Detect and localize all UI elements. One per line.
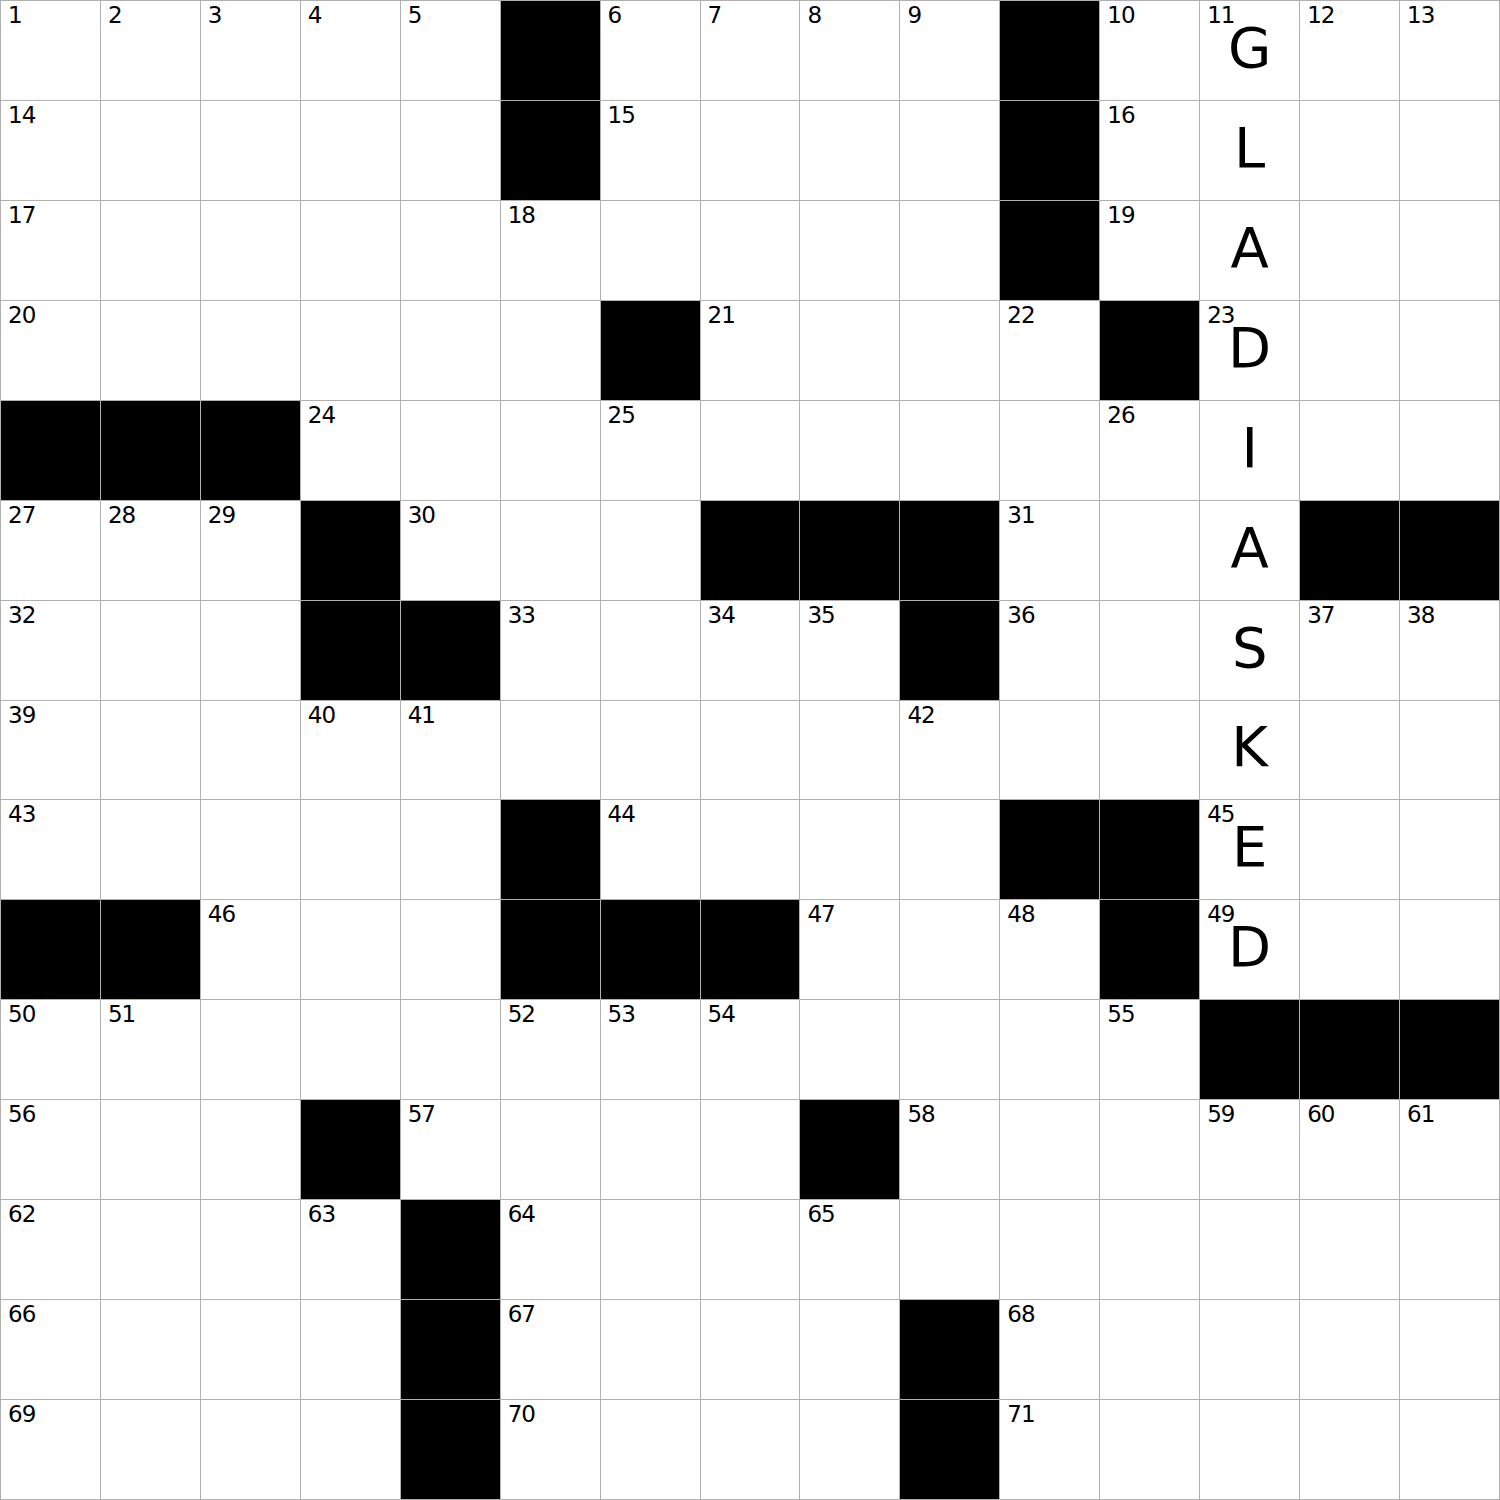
crossword-cell[interactable] bbox=[101, 800, 200, 899]
crossword-cell[interactable] bbox=[800, 201, 899, 300]
clue-number: 57 bbox=[408, 1103, 435, 1126]
crossword-cell[interactable] bbox=[900, 101, 999, 200]
clue-number: 18 bbox=[508, 204, 535, 227]
crossword-cell[interactable]: A bbox=[1200, 201, 1299, 300]
crossword-cell[interactable] bbox=[201, 301, 300, 400]
crossword-cell[interactable] bbox=[301, 101, 400, 200]
crossword-cell[interactable]: 45E bbox=[1200, 800, 1299, 899]
crossword-cell[interactable] bbox=[701, 1400, 800, 1499]
crossword-cell[interactable]: 55 bbox=[1100, 1000, 1199, 1099]
crossword-cell[interactable]: 51 bbox=[101, 1000, 200, 1099]
clue-number: 5 bbox=[408, 4, 422, 27]
crossword-cell[interactable] bbox=[900, 900, 999, 999]
clue-number: 22 bbox=[1007, 304, 1034, 327]
crossword-cell[interactable]: 48 bbox=[1000, 900, 1099, 999]
crossword-cell[interactable] bbox=[900, 201, 999, 300]
crossword-cell[interactable] bbox=[1100, 501, 1199, 600]
crossword-cell[interactable]: 64 bbox=[501, 1200, 600, 1299]
clue-number: 66 bbox=[8, 1303, 35, 1326]
black-cell bbox=[1200, 1000, 1299, 1099]
crossword-board: 1234567891011G1213141516L171819A20212223… bbox=[0, 0, 1500, 1500]
black-cell bbox=[101, 401, 200, 500]
crossword-cell[interactable] bbox=[1400, 201, 1499, 300]
black-cell bbox=[900, 1400, 999, 1499]
crossword-cell[interactable]: 7 bbox=[701, 1, 800, 100]
clue-number: 47 bbox=[807, 903, 834, 926]
crossword-cell[interactable]: 33 bbox=[501, 601, 600, 700]
crossword-cell[interactable] bbox=[1300, 701, 1399, 800]
clue-number: 6 bbox=[608, 4, 622, 27]
crossword-cell[interactable] bbox=[1400, 1300, 1499, 1399]
crossword-cell[interactable] bbox=[1300, 301, 1399, 400]
crossword-cell[interactable] bbox=[1300, 401, 1399, 500]
crossword-cell[interactable] bbox=[201, 1400, 300, 1499]
crossword-cell[interactable] bbox=[1100, 1200, 1199, 1299]
crossword-cell[interactable]: 16 bbox=[1100, 101, 1199, 200]
crossword-cell[interactable] bbox=[101, 201, 200, 300]
crossword-cell[interactable]: 18 bbox=[501, 201, 600, 300]
black-cell bbox=[1300, 1000, 1399, 1099]
crossword-cell[interactable] bbox=[101, 1300, 200, 1399]
crossword-cell[interactable] bbox=[1400, 900, 1499, 999]
crossword-cell[interactable] bbox=[601, 1200, 700, 1299]
crossword-cell[interactable]: 32 bbox=[1, 601, 100, 700]
clue-number: 3 bbox=[208, 4, 222, 27]
crossword-cell[interactable]: 35 bbox=[800, 601, 899, 700]
crossword-cell[interactable] bbox=[800, 101, 899, 200]
black-cell bbox=[301, 501, 400, 600]
crossword-cell[interactable] bbox=[1300, 101, 1399, 200]
crossword-cell[interactable] bbox=[1000, 401, 1099, 500]
crossword-cell[interactable] bbox=[601, 201, 700, 300]
crossword-cell[interactable] bbox=[800, 1400, 899, 1499]
crossword-cell[interactable] bbox=[1400, 1400, 1499, 1499]
clue-number: 56 bbox=[8, 1103, 35, 1126]
crossword-cell[interactable] bbox=[601, 1300, 700, 1399]
crossword-cell[interactable] bbox=[1000, 1100, 1099, 1199]
clue-number: 36 bbox=[1007, 604, 1034, 627]
crossword-cell[interactable] bbox=[401, 800, 500, 899]
black-cell bbox=[1100, 900, 1199, 999]
crossword-cell[interactable]: 71 bbox=[1000, 1400, 1099, 1499]
crossword-cell[interactable] bbox=[501, 501, 600, 600]
crossword-cell[interactable] bbox=[201, 1100, 300, 1199]
entered-letter: A bbox=[1200, 501, 1299, 600]
crossword-cell[interactable] bbox=[301, 301, 400, 400]
clue-number: 15 bbox=[608, 104, 635, 127]
crossword-cell[interactable] bbox=[301, 1400, 400, 1499]
crossword-cell[interactable] bbox=[1400, 800, 1499, 899]
crossword-cell[interactable]: 46 bbox=[201, 900, 300, 999]
crossword-cell[interactable] bbox=[701, 701, 800, 800]
crossword-cell[interactable] bbox=[201, 601, 300, 700]
crossword-cell[interactable] bbox=[401, 401, 500, 500]
crossword-cell[interactable]: 47 bbox=[800, 900, 899, 999]
crossword-cell[interactable]: 30 bbox=[401, 501, 500, 600]
crossword-cell[interactable] bbox=[900, 1200, 999, 1299]
black-cell bbox=[1000, 201, 1099, 300]
clue-number: 58 bbox=[907, 1103, 934, 1126]
clue-number: 60 bbox=[1307, 1103, 1334, 1126]
entered-letter: A bbox=[1200, 201, 1299, 300]
crossword-cell[interactable]: 9 bbox=[900, 1, 999, 100]
crossword-cell[interactable] bbox=[1300, 900, 1399, 999]
clue-number: 9 bbox=[907, 4, 921, 27]
crossword-cell[interactable] bbox=[1100, 601, 1199, 700]
clue-number: 26 bbox=[1107, 404, 1134, 427]
crossword-cell[interactable]: 31 bbox=[1000, 501, 1099, 600]
clue-number: 67 bbox=[508, 1303, 535, 1326]
black-cell bbox=[301, 601, 400, 700]
crossword-cell[interactable] bbox=[900, 401, 999, 500]
clue-number: 63 bbox=[308, 1203, 335, 1226]
black-cell bbox=[501, 101, 600, 200]
crossword-cell[interactable] bbox=[800, 701, 899, 800]
crossword-cell[interactable] bbox=[201, 201, 300, 300]
clue-number: 30 bbox=[408, 504, 435, 527]
crossword-cell[interactable] bbox=[1300, 1200, 1399, 1299]
crossword-cell[interactable]: 40 bbox=[301, 701, 400, 800]
crossword-cell[interactable]: K bbox=[1200, 701, 1299, 800]
crossword-cell[interactable]: 60 bbox=[1300, 1100, 1399, 1199]
clue-number: 7 bbox=[708, 4, 722, 27]
crossword-cell[interactable] bbox=[201, 701, 300, 800]
clue-number: 16 bbox=[1107, 104, 1134, 127]
clue-number: 55 bbox=[1107, 1003, 1134, 1026]
clue-number: 68 bbox=[1007, 1303, 1034, 1326]
crossword-cell[interactable]: 3 bbox=[201, 1, 300, 100]
crossword-cell[interactable]: 52 bbox=[501, 1000, 600, 1099]
crossword-cell[interactable] bbox=[1400, 701, 1499, 800]
black-cell bbox=[501, 900, 600, 999]
crossword-cell[interactable]: 58 bbox=[900, 1100, 999, 1199]
crossword-cell[interactable]: I bbox=[1200, 401, 1299, 500]
clue-number: 50 bbox=[8, 1003, 35, 1026]
crossword-cell[interactable]: L bbox=[1200, 101, 1299, 200]
crossword-cell[interactable] bbox=[1400, 301, 1499, 400]
crossword-cell[interactable]: 50 bbox=[1, 1000, 100, 1099]
crossword-cell[interactable] bbox=[601, 1100, 700, 1199]
black-cell bbox=[900, 501, 999, 600]
crossword-cell[interactable]: 44 bbox=[601, 800, 700, 899]
crossword-cell[interactable]: 59 bbox=[1200, 1100, 1299, 1199]
black-cell bbox=[201, 401, 300, 500]
crossword-cell[interactable] bbox=[201, 101, 300, 200]
clue-number: 51 bbox=[108, 1003, 135, 1026]
black-cell bbox=[401, 1300, 500, 1399]
entered-letter: S bbox=[1200, 601, 1299, 700]
crossword-cell[interactable]: 70 bbox=[501, 1400, 600, 1499]
clue-number: 32 bbox=[8, 604, 35, 627]
clue-number: 25 bbox=[608, 404, 635, 427]
crossword-cell[interactable]: 4 bbox=[301, 1, 400, 100]
crossword-cell[interactable]: 43 bbox=[1, 800, 100, 899]
crossword-cell[interactable]: A bbox=[1200, 501, 1299, 600]
crossword-cell[interactable]: 49D bbox=[1200, 900, 1299, 999]
crossword-cell[interactable] bbox=[1000, 1200, 1099, 1299]
black-cell bbox=[501, 800, 600, 899]
crossword-cell[interactable] bbox=[1000, 1000, 1099, 1099]
crossword-cell[interactable] bbox=[1100, 1100, 1199, 1199]
black-cell bbox=[1000, 101, 1099, 200]
crossword-cell[interactable]: 14 bbox=[1, 101, 100, 200]
crossword-cell[interactable]: 65 bbox=[800, 1200, 899, 1299]
black-cell bbox=[401, 601, 500, 700]
clue-number: 54 bbox=[708, 1003, 735, 1026]
black-cell bbox=[1400, 1000, 1499, 1099]
crossword-cell[interactable]: 1 bbox=[1, 1, 100, 100]
black-cell bbox=[900, 1300, 999, 1399]
clue-number: 33 bbox=[508, 604, 535, 627]
clue-number: 59 bbox=[1207, 1103, 1234, 1126]
black-cell bbox=[1, 401, 100, 500]
clue-number: 21 bbox=[708, 304, 735, 327]
crossword-cell[interactable] bbox=[501, 301, 600, 400]
black-cell bbox=[800, 501, 899, 600]
clue-number: 48 bbox=[1007, 903, 1034, 926]
crossword-cell[interactable] bbox=[601, 501, 700, 600]
black-cell bbox=[401, 1200, 500, 1299]
entered-letter: L bbox=[1200, 101, 1299, 200]
clue-number: 71 bbox=[1007, 1403, 1034, 1426]
crossword-cell[interactable]: 5 bbox=[401, 1, 500, 100]
crossword-cell[interactable]: 2 bbox=[101, 1, 200, 100]
crossword-cell[interactable]: 22 bbox=[1000, 301, 1099, 400]
clue-number: 44 bbox=[608, 803, 635, 826]
clue-number: 64 bbox=[508, 1203, 535, 1226]
crossword-cell[interactable] bbox=[900, 800, 999, 899]
crossword-cell[interactable] bbox=[701, 1300, 800, 1399]
black-cell bbox=[701, 501, 800, 600]
crossword-cell[interactable]: 42 bbox=[900, 701, 999, 800]
crossword-cell[interactable]: 57 bbox=[401, 1100, 500, 1199]
clue-number: 31 bbox=[1007, 504, 1034, 527]
crossword-cell[interactable] bbox=[501, 701, 600, 800]
clue-number: 29 bbox=[208, 504, 235, 527]
black-cell bbox=[800, 1100, 899, 1199]
crossword-cell[interactable] bbox=[601, 1400, 700, 1499]
crossword-cell[interactable] bbox=[1000, 701, 1099, 800]
crossword-cell[interactable] bbox=[301, 1000, 400, 1099]
crossword-cell[interactable]: 62 bbox=[1, 1200, 100, 1299]
crossword-cell[interactable]: 61 bbox=[1400, 1100, 1499, 1199]
clue-number: 8 bbox=[807, 4, 821, 27]
crossword-cell[interactable] bbox=[1200, 1200, 1299, 1299]
crossword-cell[interactable]: 29 bbox=[201, 501, 300, 600]
crossword-cell[interactable] bbox=[1400, 1200, 1499, 1299]
crossword-cell[interactable]: 23D bbox=[1200, 301, 1299, 400]
crossword-cell[interactable] bbox=[401, 900, 500, 999]
crossword-cell[interactable]: 56 bbox=[1, 1100, 100, 1199]
crossword-cell[interactable] bbox=[701, 800, 800, 899]
crossword-cell[interactable] bbox=[401, 301, 500, 400]
crossword-cell[interactable]: 12 bbox=[1300, 1, 1399, 100]
black-cell bbox=[501, 1, 600, 100]
crossword-cell[interactable]: 8 bbox=[800, 1, 899, 100]
black-cell bbox=[900, 601, 999, 700]
clue-number: 39 bbox=[8, 704, 35, 727]
clue-number: 70 bbox=[508, 1403, 535, 1426]
black-cell bbox=[601, 900, 700, 999]
crossword-cell[interactable]: 15 bbox=[601, 101, 700, 200]
crossword-cell[interactable]: 27 bbox=[1, 501, 100, 600]
clue-number: 4 bbox=[308, 4, 322, 27]
crossword-cell[interactable] bbox=[900, 301, 999, 400]
clue-number: 24 bbox=[308, 404, 335, 427]
crossword-cell[interactable] bbox=[1100, 1300, 1199, 1399]
clue-number: 14 bbox=[8, 104, 35, 127]
crossword-cell[interactable] bbox=[701, 1100, 800, 1199]
crossword-cell[interactable] bbox=[800, 401, 899, 500]
crossword-cell[interactable] bbox=[1100, 1400, 1199, 1499]
clue-number: 41 bbox=[408, 704, 435, 727]
crossword-cell[interactable] bbox=[301, 1300, 400, 1399]
clue-number: 65 bbox=[807, 1203, 834, 1226]
crossword-cell[interactable] bbox=[1400, 101, 1499, 200]
crossword-cell[interactable] bbox=[800, 800, 899, 899]
crossword-cell[interactable]: 69 bbox=[1, 1400, 100, 1499]
crossword-cell[interactable] bbox=[601, 701, 700, 800]
black-cell bbox=[1000, 800, 1099, 899]
crossword-cell[interactable] bbox=[1300, 800, 1399, 899]
crossword-cell[interactable]: 19 bbox=[1100, 201, 1199, 300]
crossword-cell[interactable] bbox=[301, 900, 400, 999]
crossword-cell[interactable]: 36 bbox=[1000, 601, 1099, 700]
crossword-cell[interactable] bbox=[101, 601, 200, 700]
crossword-cell[interactable] bbox=[1200, 1400, 1299, 1499]
crossword-cell[interactable]: 37 bbox=[1300, 601, 1399, 700]
clue-number: 61 bbox=[1407, 1103, 1434, 1126]
crossword-cell[interactable]: 66 bbox=[1, 1300, 100, 1399]
entered-letter: E bbox=[1200, 800, 1299, 899]
crossword-cell[interactable]: 39 bbox=[1, 701, 100, 800]
black-cell bbox=[701, 900, 800, 999]
clue-number: 69 bbox=[8, 1403, 35, 1426]
entered-letter: D bbox=[1200, 301, 1299, 400]
crossword-cell[interactable] bbox=[301, 201, 400, 300]
crossword-cell[interactable] bbox=[201, 1300, 300, 1399]
clue-number: 19 bbox=[1107, 204, 1134, 227]
crossword-cell[interactable] bbox=[101, 101, 200, 200]
crossword-cell[interactable] bbox=[1300, 1300, 1399, 1399]
clue-number: 42 bbox=[907, 704, 934, 727]
crossword-cell[interactable] bbox=[601, 601, 700, 700]
clue-number: 13 bbox=[1407, 4, 1434, 27]
crossword-cell[interactable]: 63 bbox=[301, 1200, 400, 1299]
crossword-cell[interactable] bbox=[301, 800, 400, 899]
crossword-cell[interactable] bbox=[101, 301, 200, 400]
black-cell bbox=[301, 1100, 400, 1199]
crossword-cell[interactable] bbox=[800, 1300, 899, 1399]
black-cell bbox=[1000, 1, 1099, 100]
crossword-cell[interactable] bbox=[201, 800, 300, 899]
crossword-cell[interactable] bbox=[701, 201, 800, 300]
crossword-cell[interactable]: 10 bbox=[1100, 1, 1199, 100]
crossword-cell[interactable] bbox=[101, 1100, 200, 1199]
crossword-cell[interactable]: 24 bbox=[301, 401, 400, 500]
crossword-cell[interactable] bbox=[101, 1400, 200, 1499]
crossword-cell[interactable]: 41 bbox=[401, 701, 500, 800]
crossword-cell[interactable]: 21 bbox=[701, 301, 800, 400]
crossword-cell[interactable] bbox=[701, 101, 800, 200]
clue-number: 40 bbox=[308, 704, 335, 727]
crossword-cell[interactable] bbox=[101, 1200, 200, 1299]
black-cell bbox=[401, 1400, 500, 1499]
crossword-cell[interactable] bbox=[1100, 701, 1199, 800]
crossword-cell[interactable] bbox=[701, 1200, 800, 1299]
crossword-cell[interactable] bbox=[201, 1200, 300, 1299]
crossword-cell[interactable] bbox=[1300, 1400, 1399, 1499]
crossword-cell[interactable]: 13 bbox=[1400, 1, 1499, 100]
crossword-cell[interactable]: 11G bbox=[1200, 1, 1299, 100]
crossword-cell[interactable]: 67 bbox=[501, 1300, 600, 1399]
crossword-cell[interactable] bbox=[900, 1000, 999, 1099]
crossword-cell[interactable]: S bbox=[1200, 601, 1299, 700]
clue-number: 62 bbox=[8, 1203, 35, 1226]
black-cell bbox=[601, 301, 700, 400]
black-cell bbox=[1100, 301, 1199, 400]
entered-letter: K bbox=[1200, 701, 1299, 800]
crossword-cell[interactable]: 20 bbox=[1, 301, 100, 400]
entered-letter: G bbox=[1200, 1, 1299, 100]
crossword-cell[interactable]: 53 bbox=[601, 1000, 700, 1099]
clue-number: 53 bbox=[608, 1003, 635, 1026]
clue-number: 10 bbox=[1107, 4, 1134, 27]
black-cell bbox=[101, 900, 200, 999]
crossword-cell[interactable]: 38 bbox=[1400, 601, 1499, 700]
clue-number: 2 bbox=[108, 4, 122, 27]
crossword-cell[interactable]: 34 bbox=[701, 601, 800, 700]
clue-number: 28 bbox=[108, 504, 135, 527]
clue-number: 1 bbox=[8, 4, 22, 27]
clue-number: 38 bbox=[1407, 604, 1434, 627]
entered-letter: I bbox=[1200, 401, 1299, 500]
black-cell bbox=[1, 900, 100, 999]
clue-number: 43 bbox=[8, 803, 35, 826]
clue-number: 52 bbox=[508, 1003, 535, 1026]
crossword-cell[interactable] bbox=[401, 1000, 500, 1099]
clue-number: 20 bbox=[8, 304, 35, 327]
crossword-cell[interactable] bbox=[1200, 1300, 1299, 1399]
black-cell bbox=[1300, 501, 1399, 600]
clue-number: 12 bbox=[1307, 4, 1334, 27]
black-cell bbox=[1400, 501, 1499, 600]
crossword-cell[interactable] bbox=[701, 401, 800, 500]
entered-letter: D bbox=[1200, 900, 1299, 999]
crossword-cell[interactable]: 28 bbox=[101, 501, 200, 600]
crossword-cell[interactable] bbox=[1300, 201, 1399, 300]
crossword-cell[interactable]: 68 bbox=[1000, 1300, 1099, 1399]
crossword-cell[interactable] bbox=[401, 101, 500, 200]
crossword-cell[interactable]: 54 bbox=[701, 1000, 800, 1099]
crossword-cell[interactable] bbox=[501, 401, 600, 500]
crossword-cell[interactable] bbox=[1400, 401, 1499, 500]
crossword-cell[interactable] bbox=[800, 301, 899, 400]
crossword-cell[interactable]: 6 bbox=[601, 1, 700, 100]
clue-number: 27 bbox=[8, 504, 35, 527]
crossword-cell[interactable] bbox=[201, 1000, 300, 1099]
crossword-cell[interactable] bbox=[101, 701, 200, 800]
crossword-cell[interactable] bbox=[401, 201, 500, 300]
crossword-cell[interactable]: 17 bbox=[1, 201, 100, 300]
clue-number: 35 bbox=[807, 604, 834, 627]
crossword-cell[interactable]: 25 bbox=[601, 401, 700, 500]
crossword-cell[interactable] bbox=[800, 1000, 899, 1099]
crossword-cell[interactable]: 26 bbox=[1100, 401, 1199, 500]
crossword-cell[interactable] bbox=[501, 1100, 600, 1199]
black-cell bbox=[1100, 800, 1199, 899]
clue-number: 17 bbox=[8, 204, 35, 227]
